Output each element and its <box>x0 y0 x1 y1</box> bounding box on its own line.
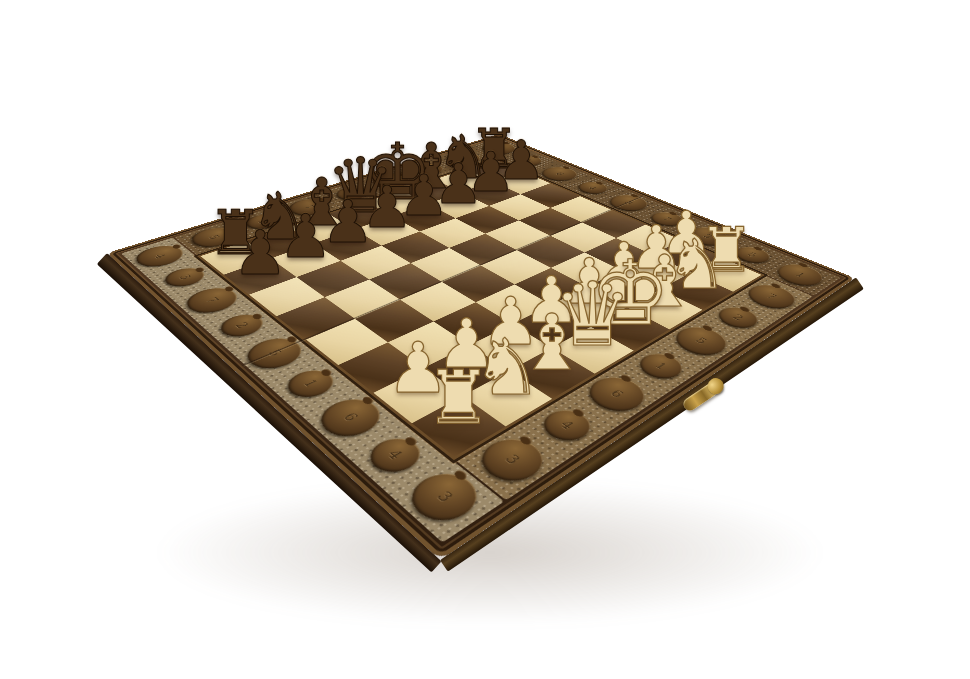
piece-black-pawn[interactable]: ♟ <box>233 222 288 283</box>
photo-canvas: 516437251 437251643 1643725 7251643 ♜♞♝♛… <box>0 0 970 679</box>
carved-medallion: 4 <box>130 242 191 271</box>
carved-medallion: 2 <box>214 310 270 341</box>
medallion-digit: 4 <box>151 252 169 260</box>
medallion-digit: 3 <box>176 273 195 281</box>
medallion-digit: 5 <box>693 335 710 345</box>
medallion-digit: 7 <box>764 292 780 301</box>
carved-medallion: 6 <box>578 371 655 418</box>
medallion-digit: 4 <box>383 447 407 462</box>
medallion-digit: 1 <box>793 271 808 279</box>
medallion-digit: 3 <box>501 452 524 467</box>
carved-medallion: 4 <box>535 404 600 446</box>
carved-medallion: 1 <box>280 365 342 403</box>
medallion-digit: 6 <box>553 171 566 176</box>
medallion-digit: 3 <box>432 488 457 505</box>
carved-medallion: 2 <box>711 303 765 332</box>
medallion-digit: 1 <box>652 360 671 371</box>
carved-medallion: 7 <box>179 283 245 318</box>
medallion-digit: 1 <box>300 377 322 389</box>
medallion-digit: 2 <box>232 320 252 330</box>
carved-medallion: 5 <box>667 322 736 361</box>
medallion-digit: 4 <box>557 418 578 432</box>
carved-medallion: 1 <box>632 349 691 384</box>
medallion-digit: 6 <box>339 410 362 423</box>
carved-medallion: 3 <box>470 431 555 490</box>
piece-white-rook[interactable]: ♜ <box>425 360 491 434</box>
medallion-digit: 7 <box>202 296 221 305</box>
medallion-digit: 4 <box>586 185 599 190</box>
carved-medallion: 4 <box>573 180 614 197</box>
carved-medallion: 3 <box>159 265 210 291</box>
carved-medallion: 4 <box>361 432 430 479</box>
medallion-digit: 2 <box>730 313 747 322</box>
medallion-digit: 6 <box>607 388 627 400</box>
carved-medallion: 6 <box>310 392 391 444</box>
